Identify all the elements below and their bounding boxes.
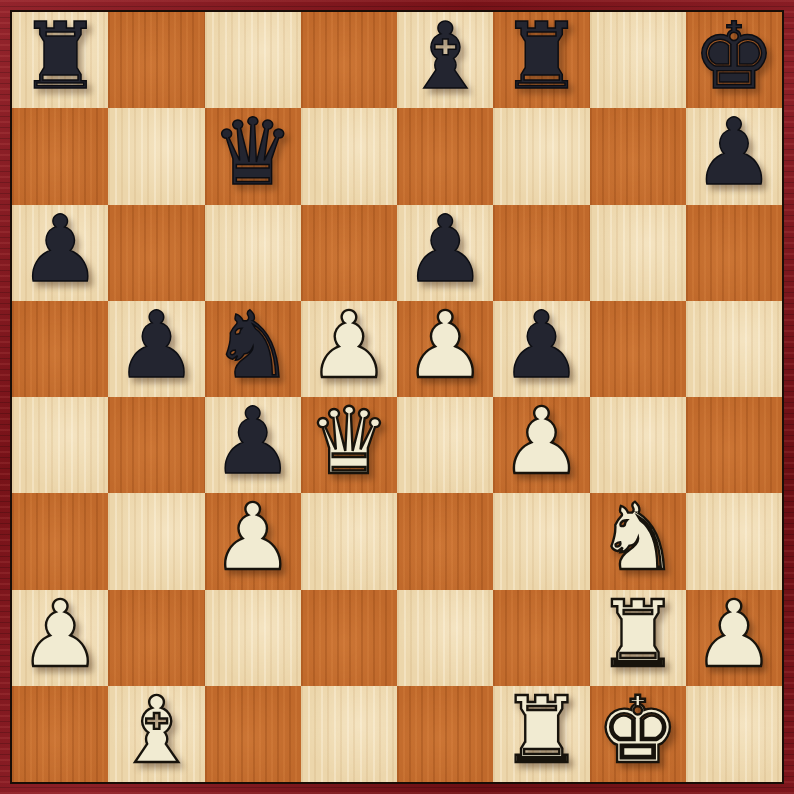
square-c1[interactable] [205,686,301,782]
square-e7[interactable] [397,108,493,204]
square-h8[interactable]: ♚ [686,12,782,108]
square-a7[interactable] [12,108,108,204]
square-e3[interactable] [397,493,493,589]
square-g3[interactable]: ♞ [590,493,686,589]
square-g2[interactable]: ♜ [590,590,686,686]
square-f4[interactable]: ♟ [493,397,589,493]
square-a4[interactable] [12,397,108,493]
square-f5[interactable]: ♟ [493,301,589,397]
piece-black-king-h8[interactable]: ♚ [693,11,775,103]
square-d5[interactable]: ♟ [301,301,397,397]
square-e5[interactable]: ♟ [397,301,493,397]
square-c8[interactable] [205,12,301,108]
piece-white-bishop-b1[interactable]: ♝ [115,685,197,777]
piece-white-rook-g2[interactable]: ♜ [596,589,678,681]
piece-white-pawn-c3[interactable]: ♟ [211,492,293,584]
square-f1[interactable]: ♜ [493,686,589,782]
square-d8[interactable] [301,12,397,108]
square-c3[interactable]: ♟ [205,493,301,589]
square-b5[interactable]: ♟ [108,301,204,397]
piece-black-bishop-e8[interactable]: ♝ [404,11,486,103]
square-f6[interactable] [493,205,589,301]
square-h1[interactable] [686,686,782,782]
piece-black-pawn-a6[interactable]: ♟ [19,204,101,296]
square-d6[interactable] [301,205,397,301]
square-g6[interactable] [590,205,686,301]
piece-white-queen-d4[interactable]: ♛ [308,396,390,488]
square-g8[interactable] [590,12,686,108]
square-h7[interactable]: ♟ [686,108,782,204]
square-f8[interactable]: ♜ [493,12,589,108]
piece-white-king-g1[interactable]: ♚ [596,685,678,777]
square-a8[interactable]: ♜ [12,12,108,108]
square-f2[interactable] [493,590,589,686]
square-f3[interactable] [493,493,589,589]
piece-white-pawn-h2[interactable]: ♟ [693,589,775,681]
piece-black-pawn-c4[interactable]: ♟ [211,396,293,488]
square-c6[interactable] [205,205,301,301]
square-a5[interactable] [12,301,108,397]
square-g5[interactable] [590,301,686,397]
square-b3[interactable] [108,493,204,589]
chess-board: ♜♝♜♚♛♟♟♟♟♞♟♟♟♟♛♟♟♞♟♜♟♝♜♚ [12,12,782,782]
piece-black-queen-c7[interactable]: ♛ [211,107,293,199]
square-c5[interactable]: ♞ [205,301,301,397]
piece-black-pawn-f5[interactable]: ♟ [500,300,582,392]
piece-black-rook-a8[interactable]: ♜ [19,11,101,103]
square-e2[interactable] [397,590,493,686]
square-a6[interactable]: ♟ [12,205,108,301]
square-g7[interactable] [590,108,686,204]
square-b1[interactable]: ♝ [108,686,204,782]
square-g4[interactable] [590,397,686,493]
square-b7[interactable] [108,108,204,204]
square-h2[interactable]: ♟ [686,590,782,686]
square-g1[interactable]: ♚ [590,686,686,782]
square-h5[interactable] [686,301,782,397]
square-d2[interactable] [301,590,397,686]
square-h6[interactable] [686,205,782,301]
square-h4[interactable] [686,397,782,493]
piece-black-pawn-e6[interactable]: ♟ [404,204,486,296]
square-f7[interactable] [493,108,589,204]
piece-white-knight-g3[interactable]: ♞ [596,492,678,584]
piece-white-pawn-e5[interactable]: ♟ [404,300,486,392]
square-d1[interactable] [301,686,397,782]
square-a3[interactable] [12,493,108,589]
square-d3[interactable] [301,493,397,589]
square-b2[interactable] [108,590,204,686]
piece-black-pawn-b5[interactable]: ♟ [115,300,197,392]
piece-black-knight-c5[interactable]: ♞ [211,300,293,392]
piece-white-rook-f1[interactable]: ♜ [500,685,582,777]
square-c4[interactable]: ♟ [205,397,301,493]
square-h3[interactable] [686,493,782,589]
piece-white-pawn-d5[interactable]: ♟ [308,300,390,392]
piece-white-pawn-a2[interactable]: ♟ [19,589,101,681]
square-c7[interactable]: ♛ [205,108,301,204]
square-c2[interactable] [205,590,301,686]
piece-white-pawn-f4[interactable]: ♟ [500,396,582,488]
square-a2[interactable]: ♟ [12,590,108,686]
square-e8[interactable]: ♝ [397,12,493,108]
piece-black-rook-f8[interactable]: ♜ [500,11,582,103]
square-b6[interactable] [108,205,204,301]
square-a1[interactable] [12,686,108,782]
square-b8[interactable] [108,12,204,108]
piece-black-pawn-h7[interactable]: ♟ [693,107,775,199]
board-inner-seam: ♜♝♜♚♛♟♟♟♟♞♟♟♟♟♛♟♟♞♟♜♟♝♜♚ [10,10,784,784]
board-frame: ♜♝♜♚♛♟♟♟♟♞♟♟♟♟♛♟♟♞♟♜♟♝♜♚ [0,0,794,794]
square-d4[interactable]: ♛ [301,397,397,493]
square-e4[interactable] [397,397,493,493]
square-b4[interactable] [108,397,204,493]
square-d7[interactable] [301,108,397,204]
square-e6[interactable]: ♟ [397,205,493,301]
square-e1[interactable] [397,686,493,782]
